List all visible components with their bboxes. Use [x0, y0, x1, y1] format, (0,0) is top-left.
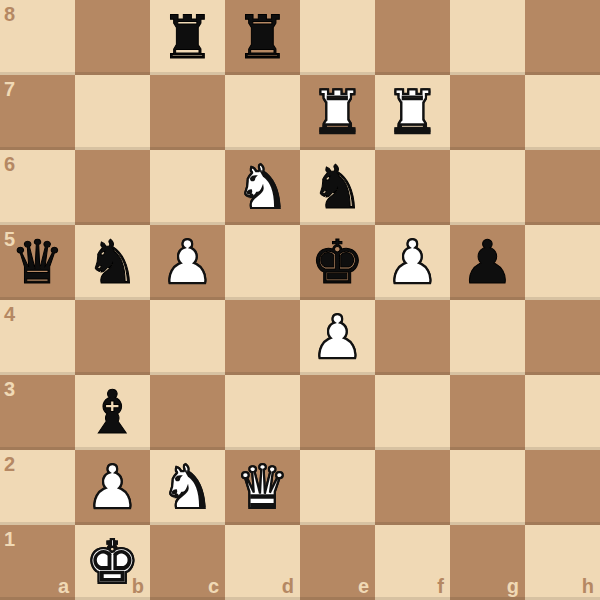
square-d4[interactable] [225, 300, 300, 375]
square-d2[interactable]: ♛ [225, 450, 300, 525]
square-c3[interactable] [150, 375, 225, 450]
square-e1[interactable]: e [300, 525, 375, 600]
white-pawn-b2[interactable]: ♟ [86, 450, 140, 525]
square-c4[interactable] [150, 300, 225, 375]
rank-label-8: 8 [4, 4, 15, 24]
rank-label-2: 2 [4, 454, 15, 474]
rank-label-7: 7 [4, 79, 15, 99]
file-label-h: h [582, 576, 594, 596]
square-f1[interactable]: f [375, 525, 450, 600]
black-king-e5[interactable]: ♚ [311, 225, 365, 300]
white-knight-c2[interactable]: ♞ [161, 450, 215, 525]
square-a5[interactable]: 5♛ [0, 225, 75, 300]
square-b1[interactable]: b♚ [75, 525, 150, 600]
square-b7[interactable] [75, 75, 150, 150]
square-e2[interactable] [300, 450, 375, 525]
square-c6[interactable] [150, 150, 225, 225]
square-b8[interactable] [75, 0, 150, 75]
black-rook-d8[interactable]: ♜ [236, 0, 290, 75]
square-f2[interactable] [375, 450, 450, 525]
square-d1[interactable]: d [225, 525, 300, 600]
white-pawn-f5[interactable]: ♟ [386, 225, 440, 300]
square-f8[interactable] [375, 0, 450, 75]
square-h6[interactable] [525, 150, 600, 225]
square-b5[interactable]: ♞ [75, 225, 150, 300]
square-b4[interactable] [75, 300, 150, 375]
square-e8[interactable] [300, 0, 375, 75]
square-b2[interactable]: ♟ [75, 450, 150, 525]
square-h3[interactable] [525, 375, 600, 450]
file-label-f: f [437, 576, 444, 596]
square-a1[interactable]: 1a [0, 525, 75, 600]
square-a3[interactable]: 3 [0, 375, 75, 450]
file-label-g: g [507, 576, 519, 596]
rank-label-6: 6 [4, 154, 15, 174]
black-knight-e6[interactable]: ♞ [311, 150, 365, 225]
black-bishop-b3[interactable]: ♝ [86, 375, 140, 450]
black-queen-a5[interactable]: ♛ [11, 225, 65, 300]
square-a7[interactable]: 7 [0, 75, 75, 150]
white-queen-d2[interactable]: ♛ [236, 450, 290, 525]
black-knight-b5[interactable]: ♞ [86, 225, 140, 300]
square-a8[interactable]: 8 [0, 0, 75, 75]
square-f4[interactable] [375, 300, 450, 375]
file-label-c: c [208, 576, 219, 596]
white-knight-d6[interactable]: ♞ [236, 150, 290, 225]
square-e5[interactable]: ♚ [300, 225, 375, 300]
square-g5[interactable]: ♟ [450, 225, 525, 300]
square-e4[interactable]: ♟ [300, 300, 375, 375]
file-label-d: d [282, 576, 294, 596]
square-f5[interactable]: ♟ [375, 225, 450, 300]
square-e3[interactable] [300, 375, 375, 450]
white-rook-f7[interactable]: ♜ [386, 75, 440, 150]
square-g2[interactable] [450, 450, 525, 525]
chess-board: 8♜♜7♜♜6♞♞5♛♞♟♚♟♟4♟3♝2♟♞♛1ab♚cdefgh [0, 0, 600, 600]
square-c1[interactable]: c [150, 525, 225, 600]
black-rook-c8[interactable]: ♜ [161, 0, 215, 75]
square-c5[interactable]: ♟ [150, 225, 225, 300]
square-d7[interactable] [225, 75, 300, 150]
square-b6[interactable] [75, 150, 150, 225]
black-pawn-g5[interactable]: ♟ [461, 225, 515, 300]
square-e7[interactable]: ♜ [300, 75, 375, 150]
rank-label-4: 4 [4, 304, 15, 324]
file-label-a: a [58, 576, 69, 596]
square-c2[interactable]: ♞ [150, 450, 225, 525]
square-e6[interactable]: ♞ [300, 150, 375, 225]
rank-label-1: 1 [4, 529, 15, 549]
square-d5[interactable] [225, 225, 300, 300]
square-a4[interactable]: 4 [0, 300, 75, 375]
square-a2[interactable]: 2 [0, 450, 75, 525]
square-g1[interactable]: g [450, 525, 525, 600]
square-d3[interactable] [225, 375, 300, 450]
square-d6[interactable]: ♞ [225, 150, 300, 225]
square-d8[interactable]: ♜ [225, 0, 300, 75]
square-h2[interactable] [525, 450, 600, 525]
square-h4[interactable] [525, 300, 600, 375]
square-g4[interactable] [450, 300, 525, 375]
square-g7[interactable] [450, 75, 525, 150]
file-label-e: e [358, 576, 369, 596]
white-king-b1[interactable]: ♚ [86, 525, 140, 600]
square-b3[interactable]: ♝ [75, 375, 150, 450]
square-f6[interactable] [375, 150, 450, 225]
white-rook-e7[interactable]: ♜ [311, 75, 365, 150]
square-h5[interactable] [525, 225, 600, 300]
square-g8[interactable] [450, 0, 525, 75]
square-f7[interactable]: ♜ [375, 75, 450, 150]
square-g3[interactable] [450, 375, 525, 450]
white-pawn-e4[interactable]: ♟ [311, 300, 365, 375]
square-c8[interactable]: ♜ [150, 0, 225, 75]
square-h7[interactable] [525, 75, 600, 150]
square-h8[interactable] [525, 0, 600, 75]
square-a6[interactable]: 6 [0, 150, 75, 225]
square-f3[interactable] [375, 375, 450, 450]
square-h1[interactable]: h [525, 525, 600, 600]
white-pawn-c5[interactable]: ♟ [161, 225, 215, 300]
rank-label-3: 3 [4, 379, 15, 399]
square-c7[interactable] [150, 75, 225, 150]
square-g6[interactable] [450, 150, 525, 225]
